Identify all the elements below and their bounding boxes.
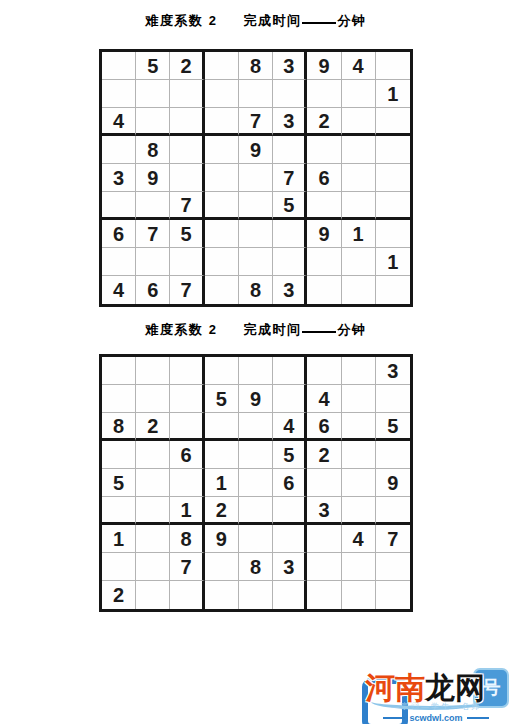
cell-r1c4 [205,52,239,80]
cell-r8c4 [205,248,239,276]
cell-r9c2: 6 [136,276,170,304]
time-label-suffix: 分钟 [337,322,366,337]
site-name-highlight: 河南 [365,671,425,704]
cell-r1c3: 2 [170,52,204,80]
puzzle-2-title: 难度系数 2完成时间分钟 [0,321,512,339]
difficulty-label: 难度系数 2 [146,322,218,337]
cell-r2c4: 5 [205,385,239,413]
cell-r9c9 [376,276,410,304]
cell-r8c9: 1 [376,248,410,276]
cell-r6c7: 3 [307,497,341,525]
cell-r3c2 [136,108,170,136]
cell-r7c2 [136,525,170,553]
cell-r8c7 [307,248,341,276]
cell-r5c1: 3 [102,164,136,192]
cell-r9c6: 3 [273,276,307,304]
cell-r9c6 [273,581,307,609]
watermark-domain: scwdwl.com [409,713,462,723]
cell-r5c2 [136,469,170,497]
cell-r6c9 [376,192,410,220]
cell-r2c1 [102,80,136,108]
cell-r3c7: 2 [307,108,341,136]
cell-r9c4 [205,581,239,609]
cell-r6c6: 5 [273,192,307,220]
cell-r2c8 [342,80,376,108]
cell-r2c9: 1 [376,80,410,108]
cell-r9c3: 7 [170,276,204,304]
cell-r8c4 [205,553,239,581]
time-blank-line [302,22,336,24]
cell-r2c4 [205,80,239,108]
cell-r4c5 [239,441,273,469]
cell-r1c8: 4 [342,52,376,80]
cell-r7c4: 9 [205,525,239,553]
difficulty-label: 难度系数 2 [146,13,218,28]
cell-r2c8 [342,385,376,413]
cell-r6c9 [376,497,410,525]
site-name-rest: 龙网 [425,671,485,704]
cell-r5c4 [205,164,239,192]
cell-r8c8 [342,553,376,581]
cell-r1c5: 8 [239,52,273,80]
cell-r5c6: 7 [273,164,307,192]
cell-r5c7: 6 [307,164,341,192]
cell-r5c7 [307,469,341,497]
cell-r4c6: 5 [273,441,307,469]
cell-r8c3 [170,248,204,276]
cell-r2c2 [136,80,170,108]
cell-r9c8 [342,276,376,304]
cell-r3c5: 7 [239,108,273,136]
watermark: 号 河南龙网 —宗◎—学生—名师 scwdwl.com [360,652,512,724]
cell-r6c4: 2 [205,497,239,525]
cell-r4c7 [307,136,341,164]
dash-line-right [467,717,489,719]
cell-r5c9: 9 [376,469,410,497]
cell-r4c2: 8 [136,136,170,164]
cell-r4c4 [205,136,239,164]
cell-r7c6 [273,525,307,553]
cell-r6c3: 7 [170,192,204,220]
cell-r1c1 [102,52,136,80]
cell-r9c4 [205,276,239,304]
cell-r1c1 [102,357,136,385]
cell-r7c2: 7 [136,220,170,248]
cell-r7c9 [376,220,410,248]
cell-r5c3 [170,164,204,192]
cell-r2c6 [273,80,307,108]
cell-r4c6 [273,136,307,164]
cell-r4c7: 2 [307,441,341,469]
cell-r6c7 [307,192,341,220]
cell-r6c6 [273,497,307,525]
cell-r8c7 [307,553,341,581]
cell-r3c2: 2 [136,413,170,441]
cell-r7c4 [205,220,239,248]
cell-r3c6: 4 [273,413,307,441]
cell-r7c7 [307,525,341,553]
cell-r4c8 [342,136,376,164]
cell-r3c4 [205,108,239,136]
cell-r8c6 [273,248,307,276]
cell-r6c3: 1 [170,497,204,525]
dash-line-left [383,717,405,719]
cell-r2c3 [170,385,204,413]
cell-r3c8 [342,413,376,441]
cell-r2c9 [376,385,410,413]
cell-r1c3 [170,357,204,385]
site-name: 河南龙网 [365,673,485,703]
cell-r5c5 [239,469,273,497]
cell-r8c1 [102,553,136,581]
cell-r3c9 [376,108,410,136]
cell-r2c5 [239,80,273,108]
cell-r9c5: 8 [239,276,273,304]
cell-r3c3 [170,108,204,136]
cell-r5c8 [342,469,376,497]
cell-r7c5 [239,525,273,553]
cell-r9c8 [342,581,376,609]
watermark-domain-row: scwdwl.com [360,713,512,723]
watermark-tagline: —宗◎—学生—名师 [360,701,512,712]
cell-r7c1: 6 [102,220,136,248]
cell-r9c2 [136,581,170,609]
cell-r5c6: 6 [273,469,307,497]
cell-r5c8 [342,164,376,192]
cell-r4c8 [342,441,376,469]
cell-r7c6 [273,220,307,248]
cell-r4c1 [102,136,136,164]
cell-r9c7 [307,276,341,304]
cell-r4c2 [136,441,170,469]
cell-r3c9: 5 [376,413,410,441]
cell-r4c3 [170,136,204,164]
cell-r4c3: 6 [170,441,204,469]
cell-r5c4: 1 [205,469,239,497]
cell-r9c1: 4 [102,276,136,304]
cell-r8c6: 3 [273,553,307,581]
cell-r3c1: 4 [102,108,136,136]
cell-r1c2 [136,357,170,385]
time-blank-line [302,331,336,333]
cell-r6c4 [205,192,239,220]
cell-r8c3: 7 [170,553,204,581]
puzzle-1-title: 难度系数 2完成时间分钟 [0,12,512,30]
time-label-suffix: 分钟 [337,13,366,28]
cell-r2c6 [273,385,307,413]
cell-r7c3: 8 [170,525,204,553]
cell-r4c1 [102,441,136,469]
cell-r3c7: 6 [307,413,341,441]
cell-r6c1 [102,497,136,525]
cell-r4c4 [205,441,239,469]
cell-r3c8 [342,108,376,136]
cell-r7c9: 7 [376,525,410,553]
cell-r1c7: 9 [307,52,341,80]
cell-r6c2 [136,192,170,220]
cell-r9c5 [239,581,273,609]
cell-r5c5 [239,164,273,192]
cell-r2c5: 9 [239,385,273,413]
cell-r1c8 [342,357,376,385]
cell-r9c7 [307,581,341,609]
cell-r5c3 [170,469,204,497]
cell-r6c8 [342,497,376,525]
cell-r8c5: 8 [239,553,273,581]
cell-r2c1 [102,385,136,413]
cell-r4c5: 9 [239,136,273,164]
cell-r4c9 [376,136,410,164]
cell-r8c2 [136,553,170,581]
cell-r2c2 [136,385,170,413]
cell-r3c4 [205,413,239,441]
cell-r5c9 [376,164,410,192]
cell-r1c6 [273,357,307,385]
sudoku-grid-2: 3594824656525169123189477832 [99,354,413,612]
cell-r7c8: 1 [342,220,376,248]
cell-r7c5 [239,220,273,248]
cell-r3c6: 3 [273,108,307,136]
cell-r8c9 [376,553,410,581]
cell-r6c2 [136,497,170,525]
cell-r8c5 [239,248,273,276]
cell-r8c8 [342,248,376,276]
cell-r2c7: 4 [307,385,341,413]
cell-r7c7: 9 [307,220,341,248]
cell-r7c8: 4 [342,525,376,553]
time-label-prefix: 完成时间 [243,13,301,28]
cell-r6c5 [239,192,273,220]
cell-r1c6: 3 [273,52,307,80]
cell-r3c3 [170,413,204,441]
cell-r3c1: 8 [102,413,136,441]
cell-r1c4 [205,357,239,385]
cell-r8c2 [136,248,170,276]
cell-r5c2: 9 [136,164,170,192]
cell-r1c9 [376,52,410,80]
cell-r1c2: 5 [136,52,170,80]
cell-r1c7 [307,357,341,385]
cell-r6c1 [102,192,136,220]
cell-r1c5 [239,357,273,385]
time-label-prefix: 完成时间 [243,322,301,337]
cell-r9c1: 2 [102,581,136,609]
cell-r5c1: 5 [102,469,136,497]
cell-r2c7 [307,80,341,108]
cell-r1c9: 3 [376,357,410,385]
cell-r8c1 [102,248,136,276]
cell-r2c3 [170,80,204,108]
cell-r4c9 [376,441,410,469]
cell-r9c9 [376,581,410,609]
cell-r3c5 [239,413,273,441]
sudoku-grid-1: 528394147328939767567591146783 [99,49,413,307]
cell-r6c8 [342,192,376,220]
cell-r7c3: 5 [170,220,204,248]
cell-r7c1: 1 [102,525,136,553]
cell-r9c3 [170,581,204,609]
cell-r6c5 [239,497,273,525]
